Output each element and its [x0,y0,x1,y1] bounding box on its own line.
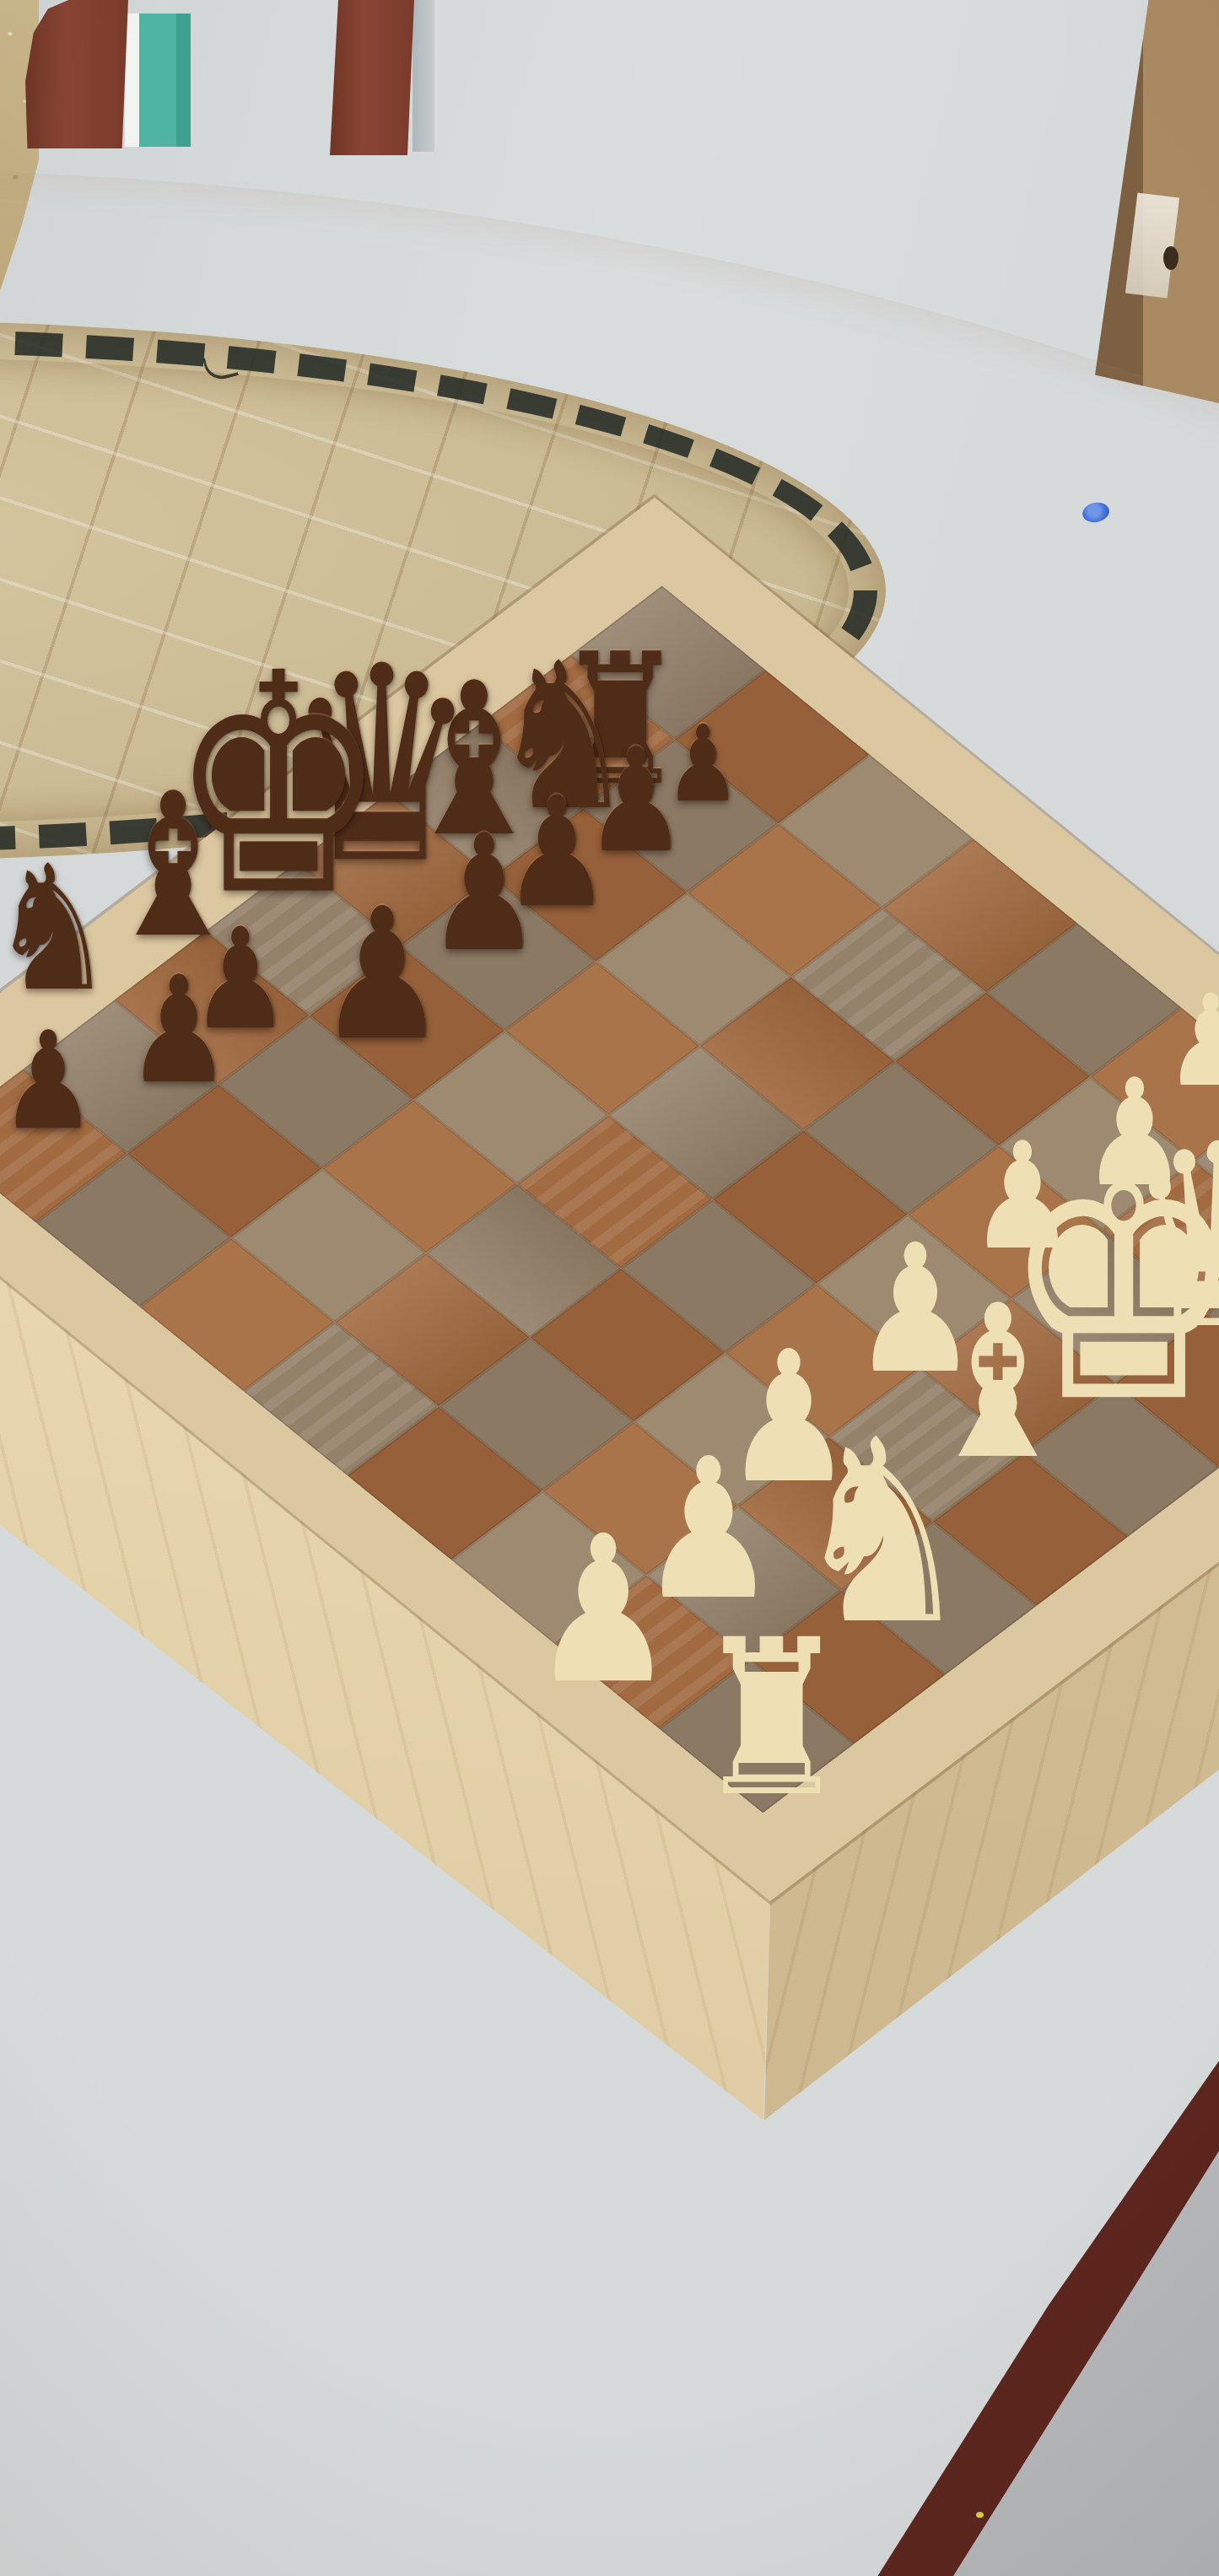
wall-corner-strip [413,0,434,152]
chair-slat-right [330,0,414,155]
yellow-speck [976,2512,984,2518]
black-pawn-e7[interactable]: ♟ [317,884,447,1065]
white-rook-h1[interactable]: ♜ [695,1611,850,1826]
photo-scene: ♜♞♝♛♚♝♞♟♟♟♟♟♟♟♟♟♟♟♟♟♟♟♛♚♝♞♜ Standard che… [0,0,1219,2576]
chair-slat-left [25,0,128,148]
black-pawn-h7[interactable]: ♟ [0,1014,96,1149]
black-knight-g8[interactable]: ♞ [0,843,115,1016]
white-pawn-h2[interactable]: ♟ [531,1509,676,1711]
box-handle-hole [1163,246,1179,270]
black-pawn-g7[interactable]: ♟ [126,957,232,1104]
teal-object [125,13,191,147]
